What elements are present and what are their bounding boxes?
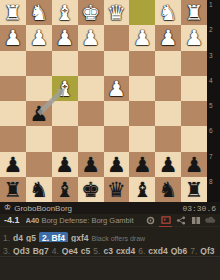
black-r-piece: ♜ [4, 179, 23, 200]
white-p-piece: ♟ [81, 27, 100, 48]
square-d7[interactable]: ♟ [104, 152, 130, 177]
square-e1[interactable]: ♚ [78, 0, 104, 25]
square-f6[interactable] [52, 126, 78, 151]
square-g7[interactable] [26, 152, 52, 177]
square-d8[interactable]: ♛ [104, 177, 130, 202]
square-h2[interactable]: ♟ [0, 25, 26, 50]
square-d5[interactable] [104, 101, 130, 126]
white-p-piece: ♟ [159, 27, 178, 48]
square-f7[interactable]: ♟ [52, 152, 78, 177]
black-p-piece: ♟ [107, 154, 126, 175]
rank-label-3: 3 [209, 52, 213, 59]
move-number: 6. [138, 245, 145, 255]
white-king-icon: ♔ [4, 204, 11, 212]
white-n-piece: ♞ [159, 2, 178, 23]
square-a1[interactable]: ♜ [181, 0, 207, 25]
move[interactable]: cxd4 [148, 245, 167, 255]
square-c3[interactable] [129, 51, 155, 76]
black-p-piece: ♟ [185, 154, 204, 175]
player-clock: 03:30.6 [182, 204, 216, 213]
black-b-piece: ♝ [133, 179, 152, 200]
square-b5[interactable] [155, 101, 181, 126]
square-h3[interactable] [0, 51, 26, 76]
white-b-piece: ♝ [55, 78, 74, 99]
square-a3[interactable] [181, 51, 207, 76]
square-h6[interactable] [0, 126, 26, 151]
black-r-piece: ♜ [185, 179, 204, 200]
white-n-piece: ♞ [29, 2, 48, 23]
move-number: 4. [52, 245, 59, 255]
move[interactable]: Qb6 [171, 245, 188, 255]
black-p-piece: ♟ [4, 154, 23, 175]
rank-coordinates: 12345678 [207, 0, 220, 202]
opening-name: A40 Borg Defense: Borg Gambit [26, 216, 145, 225]
white-b-piece: ♝ [55, 2, 74, 23]
black-p-piece: ♟ [133, 154, 152, 175]
white-p-piece: ♟ [4, 27, 23, 48]
move[interactable]: Qe4 [62, 245, 78, 255]
white-p-piece: ♟ [55, 27, 74, 48]
black-n-piece: ♞ [29, 179, 48, 200]
square-c8[interactable]: ♝ [129, 177, 155, 202]
move-number: 5. [93, 245, 100, 255]
rank-label-8: 8 [209, 178, 213, 185]
move-comment: Black offers draw [92, 232, 146, 242]
square-b3[interactable] [155, 51, 181, 76]
square-b8[interactable]: ♞ [155, 177, 181, 202]
square-f8[interactable]: ♝ [52, 177, 78, 202]
bottom-filler [0, 258, 220, 280]
white-k-piece: ♚ [81, 2, 100, 23]
move-number: 3. [3, 245, 10, 255]
square-f3[interactable] [52, 51, 78, 76]
white-p-piece: ♟ [133, 27, 152, 48]
rank-label-2: 2 [209, 26, 213, 33]
move[interactable]: Qf3 [200, 245, 214, 255]
square-e4[interactable] [78, 76, 104, 101]
black-p-piece: ♟ [81, 154, 100, 175]
analysis-screen: ♜♞♝♚♛♞♜♟♟♟♟♟♟♟♝♟♟♟♟♟♟♟♟♟♜♞♝♚♛♝♞♜ 1234567… [0, 0, 220, 280]
square-d1[interactable]: ♛ [104, 0, 130, 25]
square-d3[interactable] [104, 51, 130, 76]
square-h7[interactable]: ♟ [0, 152, 26, 177]
square-c1[interactable] [129, 0, 155, 25]
move-list: 1.d4g52. Bf4gxf4Black offers draw3.Qd3Bg… [0, 227, 220, 257]
square-f4[interactable]: ♝ [52, 76, 78, 101]
square-h5[interactable] [0, 101, 26, 126]
square-e6[interactable] [78, 126, 104, 151]
square-d2[interactable] [104, 25, 130, 50]
square-h1[interactable]: ♜ [0, 0, 26, 25]
square-c6[interactable] [129, 126, 155, 151]
square-f5[interactable] [52, 101, 78, 126]
black-b-piece: ♝ [55, 179, 74, 200]
square-g2[interactable]: ♟ [26, 25, 52, 50]
player-bar: ♔ GroboBoonBorg 03:30.6 [0, 202, 220, 214]
square-c7[interactable]: ♟ [129, 152, 155, 177]
square-a7[interactable]: ♟ [181, 152, 207, 177]
engine-eval: -4.1 [4, 215, 20, 225]
square-b1[interactable]: ♞ [155, 0, 181, 25]
current-move[interactable]: 2. Bf4 [39, 232, 68, 242]
square-g3[interactable] [26, 51, 52, 76]
move[interactable]: c5 [81, 245, 90, 255]
white-r-piece: ♜ [185, 2, 204, 23]
cloud-engine-icon[interactable] [205, 215, 216, 226]
chess-board[interactable]: ♜♞♝♚♛♞♜♟♟♟♟♟♟♟♝♟♟♟♟♟♟♟♟♟♜♞♝♚♛♝♞♜ [0, 0, 207, 202]
square-b6[interactable] [155, 126, 181, 151]
square-b7[interactable]: ♟ [155, 152, 181, 177]
white-p-piece: ♟ [29, 27, 48, 48]
square-e5[interactable] [78, 101, 104, 126]
square-b2[interactable]: ♟ [155, 25, 181, 50]
square-d6[interactable] [104, 126, 130, 151]
square-a2[interactable]: ♟ [181, 25, 207, 50]
black-q-piece: ♛ [107, 179, 126, 200]
square-b4[interactable] [155, 76, 181, 101]
rank-label-1: 1 [209, 1, 213, 8]
rank-label-7: 7 [209, 153, 213, 160]
white-p-piece: ♟ [185, 27, 204, 48]
move[interactable]: d4 [13, 232, 23, 242]
square-a8[interactable]: ♜ [181, 177, 207, 202]
square-a5[interactable] [181, 101, 207, 126]
square-g5[interactable]: ♟ [26, 101, 52, 126]
square-a6[interactable] [181, 126, 207, 151]
move-row-1: 1.d4g52. Bf4gxf4Black offers draw [3, 229, 217, 242]
board-area: ♜♞♝♚♛♞♜♟♟♟♟♟♟♟♝♟♟♟♟♟♟♟♟♟♜♞♝♚♛♝♞♜ 1234567… [0, 0, 220, 202]
square-h8[interactable]: ♜ [0, 177, 26, 202]
square-f2[interactable]: ♟ [52, 25, 78, 50]
white-p-piece: ♟ [107, 78, 126, 99]
black-n-piece: ♞ [159, 179, 178, 200]
square-h4[interactable] [0, 76, 26, 101]
square-e2[interactable]: ♟ [78, 25, 104, 50]
square-g8[interactable]: ♞ [26, 177, 52, 202]
white-q-piece: ♛ [107, 2, 126, 23]
square-g6[interactable] [26, 126, 52, 151]
black-k-piece: ♚ [81, 179, 100, 200]
square-g1[interactable]: ♞ [26, 0, 52, 25]
analysis-toolbar [145, 215, 216, 226]
move[interactable]: cxd4 [116, 245, 135, 255]
square-d4[interactable]: ♟ [104, 76, 130, 101]
square-c4[interactable] [129, 76, 155, 101]
analysis-bar: -4.1 A40 Borg Defense: Borg Gambit [0, 214, 220, 227]
rank-label-5: 5 [209, 102, 213, 109]
move-row-2: 3.Qd3Bg74.Qe4c55.c3cxd46.cxd4Qb67.Qf3Qxb… [3, 242, 217, 255]
square-e8[interactable]: ♚ [78, 177, 104, 202]
share-icon[interactable] [175, 215, 186, 226]
black-p-piece: ♟ [29, 103, 48, 124]
move[interactable]: Qd3 [13, 245, 30, 255]
square-e3[interactable] [78, 51, 104, 76]
move[interactable]: gxf4 [71, 232, 88, 242]
analysis-board-icon[interactable] [160, 215, 171, 226]
square-g4[interactable] [26, 76, 52, 101]
square-c2[interactable]: ♟ [129, 25, 155, 50]
square-c5[interactable] [129, 101, 155, 126]
white-r-piece: ♜ [4, 2, 23, 23]
gear-icon[interactable] [145, 215, 156, 226]
black-p-piece: ♟ [159, 154, 178, 175]
move[interactable]: g5 [26, 232, 36, 242]
rank-label-4: 4 [209, 77, 213, 84]
black-p-piece: ♟ [55, 154, 74, 175]
move[interactable]: c3 [103, 245, 112, 255]
move[interactable]: Bg7 [33, 245, 49, 255]
square-a4[interactable] [181, 76, 207, 101]
square-f1[interactable]: ♝ [52, 0, 78, 25]
rank-label-6: 6 [209, 127, 213, 134]
move-number: 1. [3, 232, 10, 242]
move-number: 7. [190, 245, 197, 255]
book-icon[interactable] [190, 215, 201, 226]
player-name[interactable]: GroboBoonBorg [14, 204, 182, 213]
square-e7[interactable]: ♟ [78, 152, 104, 177]
